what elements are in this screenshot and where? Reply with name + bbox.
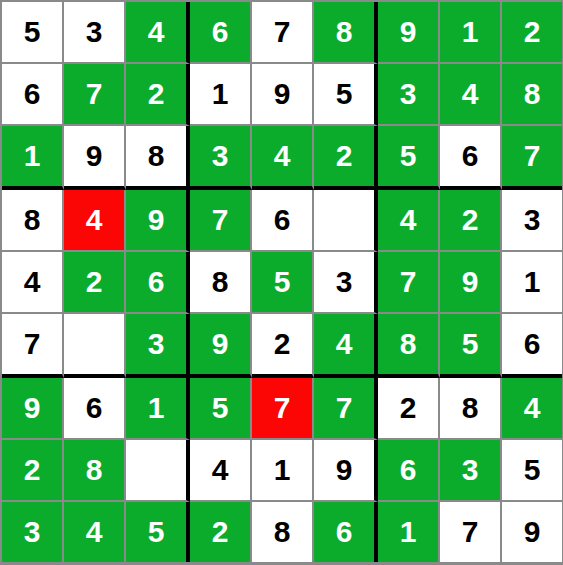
sudoku-cell-r7c9[interactable]: 4 [502,378,562,440]
sudoku-cell-r4c3[interactable]: 9 [126,190,190,252]
sudoku-cell-r6c1[interactable]: 7 [2,314,64,378]
sudoku-cell-r3c3[interactable]: 8 [126,126,190,190]
sudoku-cell-r2c8[interactable]: 4 [440,64,502,126]
sudoku-cell-r4c4[interactable]: 7 [190,190,252,252]
sudoku-cell-r1c2[interactable]: 3 [64,2,126,64]
sudoku-cell-r3c5[interactable]: 4 [252,126,314,190]
sudoku-cell-r8c9[interactable]: 5 [502,440,562,502]
sudoku-cell-r3c1[interactable]: 1 [2,126,64,190]
sudoku-cell-r8c8[interactable]: 3 [440,440,502,502]
sudoku-cell-r1c1[interactable]: 5 [2,2,64,64]
sudoku-board: 5346789126721953481983425678497642342685… [0,0,563,565]
sudoku-cell-r8c1[interactable]: 2 [2,440,64,502]
sudoku-cell-r7c2[interactable]: 6 [64,378,126,440]
sudoku-cell-r9c8[interactable]: 7 [440,502,502,562]
sudoku-cell-r9c6[interactable]: 6 [314,502,378,562]
sudoku-cell-r7c7[interactable]: 2 [378,378,440,440]
sudoku-cell-r8c6[interactable]: 9 [314,440,378,502]
sudoku-cell-r6c8[interactable]: 5 [440,314,502,378]
sudoku-cell-r8c5[interactable]: 1 [252,440,314,502]
sudoku-cell-r4c8[interactable]: 2 [440,190,502,252]
sudoku-cell-r4c2[interactable]: 4 [64,190,126,252]
sudoku-cell-r6c5[interactable]: 2 [252,314,314,378]
sudoku-cell-r9c3[interactable]: 5 [126,502,190,562]
sudoku-cell-r9c2[interactable]: 4 [64,502,126,562]
sudoku-cell-r3c8[interactable]: 6 [440,126,502,190]
sudoku-cell-r6c6[interactable]: 4 [314,314,378,378]
sudoku-cell-r2c9[interactable]: 8 [502,64,562,126]
sudoku-cell-r6c4[interactable]: 9 [190,314,252,378]
sudoku-cell-r8c2[interactable]: 8 [64,440,126,502]
sudoku-cell-r4c1[interactable]: 8 [2,190,64,252]
sudoku-cell-r9c1[interactable]: 3 [2,502,64,562]
sudoku-cell-r2c1[interactable]: 6 [2,64,64,126]
sudoku-cell-r3c6[interactable]: 2 [314,126,378,190]
sudoku-cell-r5c6[interactable]: 3 [314,252,378,314]
sudoku-cell-r5c9[interactable]: 1 [502,252,562,314]
sudoku-cell-r8c3[interactable] [126,440,190,502]
sudoku-cell-r2c2[interactable]: 7 [64,64,126,126]
sudoku-cell-r1c8[interactable]: 1 [440,2,502,64]
sudoku-cell-r7c1[interactable]: 9 [2,378,64,440]
sudoku-cell-r8c7[interactable]: 6 [378,440,440,502]
sudoku-cell-r1c6[interactable]: 8 [314,2,378,64]
sudoku-cell-r1c7[interactable]: 9 [378,2,440,64]
sudoku-cell-r7c6[interactable]: 7 [314,378,378,440]
sudoku-cell-r6c2[interactable] [64,314,126,378]
sudoku-cell-r3c2[interactable]: 9 [64,126,126,190]
sudoku-cell-r5c5[interactable]: 5 [252,252,314,314]
sudoku-cell-r9c9[interactable]: 9 [502,502,562,562]
sudoku-cell-r4c5[interactable]: 6 [252,190,314,252]
sudoku-cell-r5c8[interactable]: 9 [440,252,502,314]
sudoku-cell-r2c7[interactable]: 3 [378,64,440,126]
sudoku-cell-r5c2[interactable]: 2 [64,252,126,314]
sudoku-cell-r2c6[interactable]: 5 [314,64,378,126]
sudoku-cell-r9c4[interactable]: 2 [190,502,252,562]
sudoku-cell-r7c3[interactable]: 1 [126,378,190,440]
sudoku-cell-r3c9[interactable]: 7 [502,126,562,190]
sudoku-cell-r2c4[interactable]: 1 [190,64,252,126]
sudoku-cell-r2c5[interactable]: 9 [252,64,314,126]
sudoku-cell-r6c9[interactable]: 6 [502,314,562,378]
sudoku-cell-r3c7[interactable]: 5 [378,126,440,190]
sudoku-cell-r5c7[interactable]: 7 [378,252,440,314]
sudoku-cell-r5c4[interactable]: 8 [190,252,252,314]
sudoku-cell-r7c4[interactable]: 5 [190,378,252,440]
sudoku-cell-r5c3[interactable]: 6 [126,252,190,314]
sudoku-cell-r1c9[interactable]: 2 [502,2,562,64]
sudoku-cell-r6c7[interactable]: 8 [378,314,440,378]
sudoku-cell-r3c4[interactable]: 3 [190,126,252,190]
sudoku-cell-r2c3[interactable]: 2 [126,64,190,126]
sudoku-cell-r4c7[interactable]: 4 [378,190,440,252]
sudoku-cell-r4c9[interactable]: 3 [502,190,562,252]
sudoku-cell-r1c5[interactable]: 7 [252,2,314,64]
sudoku-cell-r1c4[interactable]: 6 [190,2,252,64]
sudoku-cell-r9c5[interactable]: 8 [252,502,314,562]
sudoku-cell-r5c1[interactable]: 4 [2,252,64,314]
sudoku-cell-r8c4[interactable]: 4 [190,440,252,502]
sudoku-cell-r1c3[interactable]: 4 [126,2,190,64]
sudoku-cell-r9c7[interactable]: 1 [378,502,440,562]
sudoku-cell-r6c3[interactable]: 3 [126,314,190,378]
sudoku-cell-r4c6[interactable] [314,190,378,252]
sudoku-cell-r7c5[interactable]: 7 [252,378,314,440]
sudoku-cell-r7c8[interactable]: 8 [440,378,502,440]
